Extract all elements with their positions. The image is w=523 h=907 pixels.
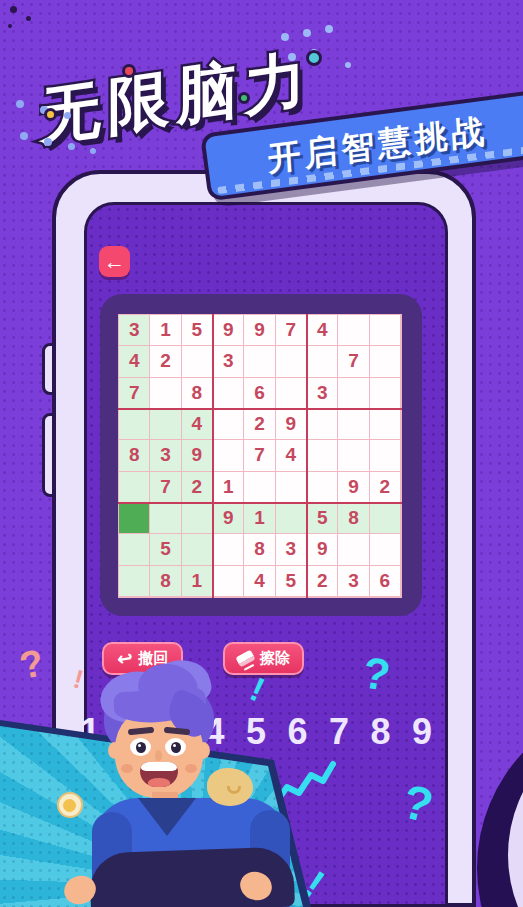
sudoku-cell-r7c4[interactable]: 8 (244, 534, 275, 565)
decor-dot (184, 122, 190, 128)
sudoku-cell-r6c2[interactable] (182, 503, 213, 534)
sudoku-cell-r3c5[interactable]: 9 (276, 409, 307, 440)
sudoku-cell-r1c5[interactable] (276, 346, 307, 377)
sudoku-cell-r7c6[interactable]: 9 (307, 534, 338, 565)
back-button[interactable]: ← (99, 246, 130, 277)
sudoku-cell-r7c2[interactable] (182, 534, 213, 565)
sudoku-cell-r1c1[interactable]: 2 (150, 346, 181, 377)
sudoku-cell-r4c5[interactable]: 4 (276, 440, 307, 471)
grid-major-line (306, 314, 308, 598)
sudoku-cell-r3c0[interactable] (119, 409, 150, 440)
sudoku-cell-r1c6[interactable] (307, 346, 338, 377)
sudoku-cell-r2c7[interactable] (338, 378, 369, 409)
sudoku-cell-r8c0[interactable] (119, 566, 150, 597)
sudoku-cell-r2c5[interactable] (276, 378, 307, 409)
sudoku-cell-r0c4[interactable]: 9 (244, 315, 275, 346)
brain-icon (207, 768, 253, 806)
character-eye (165, 738, 186, 756)
coin-icon (57, 792, 83, 818)
sudoku-cell-r8c5[interactable]: 5 (276, 566, 307, 597)
question-mark-decor: ? (16, 643, 47, 685)
sudoku-cell-r1c3[interactable]: 3 (213, 346, 244, 377)
sudoku-cell-r4c6[interactable] (307, 440, 338, 471)
sudoku-cell-r4c3[interactable] (213, 440, 244, 471)
sudoku-cell-r5c5[interactable] (276, 472, 307, 503)
sudoku-grid: 3159974423778634298397472192915858398145… (118, 314, 402, 598)
decor-dot (20, 132, 28, 140)
grid-major-line (118, 502, 402, 504)
sudoku-cell-r6c5[interactable] (276, 503, 307, 534)
sudoku-cell-r5c7[interactable]: 9 (338, 472, 369, 503)
sudoku-cell-r2c3[interactable] (213, 378, 244, 409)
sudoku-cell-r4c2[interactable]: 9 (182, 440, 213, 471)
sudoku-cell-r8c8[interactable]: 6 (370, 566, 401, 597)
sudoku-cell-r8c2[interactable]: 1 (182, 566, 213, 597)
sudoku-cell-r1c2[interactable] (182, 346, 213, 377)
sudoku-cell-r2c0[interactable]: 7 (119, 378, 150, 409)
sudoku-cell-r0c2[interactable]: 5 (182, 315, 213, 346)
sudoku-cell-r3c6[interactable] (307, 409, 338, 440)
decor-dot (68, 143, 75, 150)
sudoku-cell-r2c6[interactable]: 3 (307, 378, 338, 409)
sudoku-cell-r2c4[interactable]: 6 (244, 378, 275, 409)
sudoku-cell-r6c6[interactable]: 5 (307, 503, 338, 534)
decor-dot (8, 24, 12, 28)
sudoku-cell-r4c0[interactable]: 8 (119, 440, 150, 471)
sudoku-cell-r5c2[interactable]: 2 (182, 472, 213, 503)
sudoku-cell-r3c1[interactable] (150, 409, 181, 440)
sudoku-cell-r2c2[interactable]: 8 (182, 378, 213, 409)
character-blush (121, 764, 133, 773)
character-nose (155, 750, 162, 761)
sudoku-cell-r6c1[interactable] (150, 503, 181, 534)
sudoku-cell-r7c3[interactable] (213, 534, 244, 565)
sudoku-cell-r4c4[interactable]: 7 (244, 440, 275, 471)
sudoku-cell-r0c8[interactable] (370, 315, 401, 346)
sudoku-cell-r6c3[interactable]: 9 (213, 503, 244, 534)
erase-label: 擦除 (260, 649, 290, 668)
sudoku-cell-r0c5[interactable]: 7 (276, 315, 307, 346)
sudoku-cell-r4c7[interactable] (338, 440, 369, 471)
page: 无限脑力 开启智慧挑战 ← 31599744237786342983974721… (0, 0, 523, 907)
decor-dot (90, 148, 96, 154)
decor-dot-green (238, 92, 250, 104)
sudoku-cell-r7c1[interactable]: 5 (150, 534, 181, 565)
sudoku-cell-r8c6[interactable]: 2 (307, 566, 338, 597)
sudoku-cell-r3c8[interactable] (370, 409, 401, 440)
sudoku-cell-r5c4[interactable] (244, 472, 275, 503)
sudoku-cell-r7c5[interactable]: 3 (276, 534, 307, 565)
sudoku-cell-r5c0[interactable] (119, 472, 150, 503)
grid-major-line (118, 408, 402, 410)
sudoku-cell-r0c3[interactable]: 9 (213, 315, 244, 346)
decor-dot (26, 16, 31, 21)
sudoku-cell-r1c8[interactable] (370, 346, 401, 377)
sudoku-cell-r6c4[interactable]: 1 (244, 503, 275, 534)
decor-dot (288, 53, 296, 61)
decor-dot (10, 6, 17, 13)
sudoku-cell-r1c4[interactable] (244, 346, 275, 377)
decor-dot (281, 33, 289, 41)
numpad-button-6[interactable]: 6 (287, 710, 307, 753)
sudoku-cell-r6c8[interactable] (370, 503, 401, 534)
sudoku-cell-r3c4[interactable]: 2 (244, 409, 275, 440)
sudoku-cell-r6c0[interactable] (119, 503, 150, 534)
sudoku-cell-r5c8[interactable]: 2 (370, 472, 401, 503)
sudoku-cell-r3c3[interactable] (213, 409, 244, 440)
numpad-button-7[interactable]: 7 (329, 710, 349, 753)
sudoku-cell-r5c3[interactable]: 1 (213, 472, 244, 503)
sudoku-cell-r2c8[interactable] (370, 378, 401, 409)
sudoku-cell-r6c7[interactable]: 8 (338, 503, 369, 534)
decor-dot-teal (306, 50, 322, 66)
sudoku-cell-r3c2[interactable]: 4 (182, 409, 213, 440)
sudoku-cell-r0c1[interactable]: 1 (150, 315, 181, 346)
character-blush (185, 764, 197, 773)
decor-dot-red (122, 64, 136, 78)
numpad-button-9[interactable]: 9 (412, 710, 432, 753)
sudoku-cell-r7c0[interactable] (119, 534, 150, 565)
sudoku-cell-r7c7[interactable] (338, 534, 369, 565)
sudoku-cell-r1c0[interactable]: 4 (119, 346, 150, 377)
grid-major-line (212, 314, 214, 598)
sudoku-cell-r0c6[interactable]: 4 (307, 315, 338, 346)
sudoku-cell-r8c4[interactable]: 4 (244, 566, 275, 597)
decor-dot (16, 100, 24, 108)
decor-dot-yellow (44, 108, 57, 121)
sudoku-cell-r1c7[interactable]: 7 (338, 346, 369, 377)
undo-arrow-icon: ↩ (115, 648, 133, 669)
sudoku-cell-r4c1[interactable]: 3 (150, 440, 181, 471)
sudoku-cell-r8c1[interactable]: 8 (150, 566, 181, 597)
decor-dot (345, 62, 351, 68)
decor-dot (44, 138, 52, 146)
character-eye (130, 738, 151, 756)
decor-dot (64, 112, 71, 119)
sudoku-cell-r0c7[interactable] (338, 315, 369, 346)
sudoku-cell-r5c6[interactable] (307, 472, 338, 503)
sudoku-cell-r0c0[interactable]: 3 (119, 315, 150, 346)
numpad-button-8[interactable]: 8 (370, 710, 390, 753)
decor-dot (303, 29, 311, 37)
numpad-button-5[interactable]: 5 (246, 710, 266, 753)
sudoku-cell-r2c1[interactable] (150, 378, 181, 409)
back-arrow-icon: ← (104, 251, 125, 272)
sudoku-cell-r7c8[interactable] (370, 534, 401, 565)
eraser-icon (235, 650, 255, 668)
sudoku-cell-r5c1[interactable]: 7 (150, 472, 181, 503)
sudoku-cell-r3c7[interactable] (338, 409, 369, 440)
sudoku-cell-r4c8[interactable] (370, 440, 401, 471)
sudoku-cell-r8c7[interactable]: 3 (338, 566, 369, 597)
decor-dot (325, 25, 333, 33)
sudoku-cell-r8c3[interactable] (213, 566, 244, 597)
